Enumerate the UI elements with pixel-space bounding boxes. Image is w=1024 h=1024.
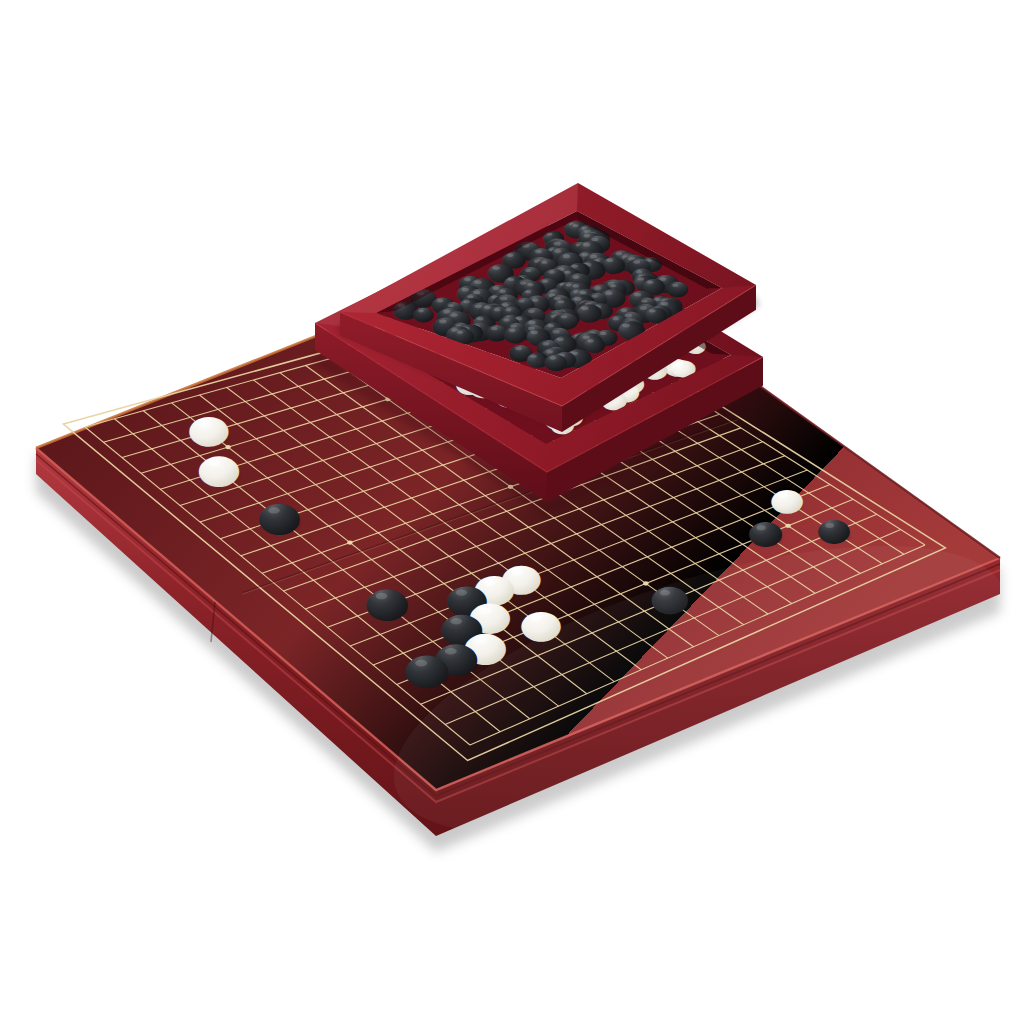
black-stone: ● [363, 578, 410, 626]
stone-highlight [456, 589, 467, 595]
stone-highlight [757, 525, 766, 530]
stone-highlight [549, 356, 555, 359]
stone-highlight [623, 323, 630, 327]
stone-highlight [676, 362, 683, 366]
stone-highlight [457, 331, 463, 334]
black-stone: ● [402, 644, 451, 694]
stone-highlight [672, 284, 678, 287]
stone-highlight [530, 615, 542, 622]
stone-highlight [208, 459, 220, 466]
white-stone: ● [196, 445, 242, 491]
stone-glyph: ● [402, 644, 451, 694]
stone-highlight [531, 331, 538, 335]
stone-highlight [418, 309, 424, 312]
stone-glyph: ● [541, 348, 571, 375]
scene-root: ●●●●●●●●●●●●●●●●●●●●●●●●●●●●●●●●●●●●●●●●… [36, 183, 1024, 894]
stone-glyph: ● [256, 492, 302, 539]
scene-canvas: ●●●●●●●●●●●●●●●●●●●●●●●●●●●●●●●●●●●●●●●●… [0, 0, 1024, 1024]
star-point [785, 524, 790, 528]
stone-highlight [778, 492, 788, 497]
stone-highlight [376, 593, 388, 600]
stone-glyph: ● [363, 578, 410, 626]
black-stone: ● [747, 513, 785, 551]
stone-highlight [198, 421, 210, 428]
stone-highlight [415, 660, 427, 667]
stone-highlight [493, 266, 500, 270]
white-stone: ● [769, 481, 805, 518]
stone-highlight [268, 507, 280, 513]
board-photo-figure: ●●●●●●●●●●●●●●●●●●●●●●●●●●●●●●●●●●●●●●●●… [0, 0, 1024, 1024]
star-point [347, 541, 352, 545]
stone-highlight [515, 347, 522, 350]
black-stone: ● [256, 492, 302, 539]
go-set-photo: ●●●●●●●●●●●●●●●●●●●●●●●●●●●●●●●●●●●●●●●●… [0, 0, 1024, 1024]
stone-highlight [531, 355, 537, 358]
black-stone: ● [816, 511, 852, 548]
stone-highlight [588, 339, 594, 342]
stone-highlight [491, 327, 497, 330]
stone-highlight [509, 329, 515, 332]
black-stone: ● [541, 348, 571, 375]
stone-glyph: ● [747, 513, 785, 551]
stone-glyph: ● [769, 481, 805, 518]
stone-highlight [607, 259, 614, 262]
stone-highlight [450, 618, 462, 624]
stone-glyph: ● [816, 511, 852, 548]
stone-highlight [825, 523, 834, 528]
star-point [643, 581, 648, 585]
stone-glyph: ● [196, 445, 242, 491]
